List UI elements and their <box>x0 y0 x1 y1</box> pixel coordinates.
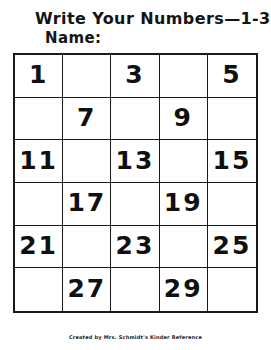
grid-cell-number: 17 <box>63 183 111 226</box>
footer-credit: Created by Mrs. Schmidt's Kinder Referen… <box>0 334 271 340</box>
grid-cell-blank[interactable] <box>63 55 111 98</box>
grid-cell-blank[interactable] <box>15 98 63 141</box>
grid-cell-blank[interactable] <box>15 183 63 226</box>
name-label: Name: <box>45 29 101 47</box>
grid-cell-number: 9 <box>160 98 208 141</box>
grid-cell-number: 15 <box>208 140 256 183</box>
grid-cell-blank[interactable] <box>208 268 256 311</box>
grid-cell-number: 29 <box>160 268 208 311</box>
grid-cell-number: 27 <box>63 268 111 311</box>
grid-cell-number: 13 <box>111 140 159 183</box>
grid-cell-number: 1 <box>15 55 63 98</box>
grid-cell-blank[interactable] <box>160 140 208 183</box>
grid-cell-blank[interactable] <box>63 140 111 183</box>
grid-cell-blank[interactable] <box>111 183 159 226</box>
grid-cell-blank[interactable] <box>111 268 159 311</box>
grid-cell-blank[interactable] <box>208 98 256 141</box>
number-grid: 1357911131517192123252729 <box>13 53 258 313</box>
grid-cell-blank[interactable] <box>208 183 256 226</box>
grid-cell-blank[interactable] <box>160 55 208 98</box>
grid-cell-number: 11 <box>15 140 63 183</box>
grid-cell-number: 23 <box>111 226 159 269</box>
grid-cell-blank[interactable] <box>111 98 159 141</box>
grid-cell-blank[interactable] <box>63 226 111 269</box>
grid-cell-number: 21 <box>15 226 63 269</box>
grid-cell-number: 19 <box>160 183 208 226</box>
grid-cell-blank[interactable] <box>15 268 63 311</box>
grid-cell-number: 5 <box>208 55 256 98</box>
page-title: Write Your Numbers—1-30 <box>35 9 265 28</box>
grid-cell-number: 3 <box>111 55 159 98</box>
grid-cell-number: 25 <box>208 226 256 269</box>
grid-cell-blank[interactable] <box>160 226 208 269</box>
grid-cell-number: 7 <box>63 98 111 141</box>
